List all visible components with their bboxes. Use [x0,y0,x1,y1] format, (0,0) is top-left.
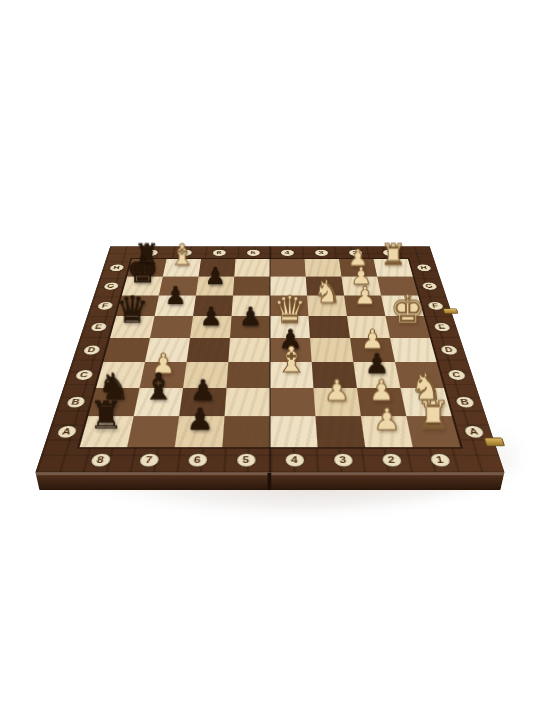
square-a1[interactable] [406,416,460,447]
wood-grain [179,388,226,416]
wood-grain [122,277,163,296]
wood-grain [344,296,385,316]
square-b4[interactable] [270,388,315,416]
wood-grain [270,316,310,338]
square-f3[interactable] [307,296,347,316]
square-g6[interactable] [196,277,234,296]
square-c5[interactable] [227,362,270,388]
wood-grain [234,259,270,277]
square-e4[interactable] [270,316,310,338]
square-b2[interactable] [357,388,406,416]
wood-grain [228,338,270,362]
wood-grain [140,362,187,388]
wood-grain [187,338,230,362]
square-c8[interactable] [96,362,145,388]
wood-grain [163,259,201,277]
square-c6[interactable] [183,362,228,388]
square-b3[interactable] [313,388,360,416]
square-a7[interactable] [127,416,179,447]
wood-grain [339,259,377,277]
wood-grain [315,416,365,447]
chess-board: 8877665544332211HHGGFFEEDDCCBBAA♜♞♛♚♜♝♟♟… [35,246,504,472]
wood-grain [159,277,199,296]
coord-rank-top-3: 3 [314,249,329,256]
square-a6[interactable] [175,416,225,447]
square-g1[interactable] [377,277,418,296]
wood-grain [145,338,190,362]
wood-grain [361,416,413,447]
wood-grain [270,259,306,277]
square-f7[interactable] [155,296,196,316]
square-e7[interactable] [150,316,193,338]
wood-grain [306,277,344,296]
wood-grain [88,388,139,416]
wood-grain [270,416,318,447]
coord-rank-top-4: 4 [280,249,295,256]
wood-grain [193,296,233,316]
wood-grain [350,338,395,362]
wood-grain [270,388,315,416]
square-g2[interactable] [341,277,381,296]
wood-grain [310,338,353,362]
wood-grain [103,338,150,362]
square-f2[interactable] [344,296,385,316]
square-h2[interactable] [339,259,377,277]
wood-grain [313,388,360,416]
wood-grain [232,296,270,316]
wood-grain [400,388,451,416]
wood-grain [270,277,307,296]
square-d2[interactable] [350,338,395,362]
wood-grain [127,416,179,447]
wood-grain [116,296,159,316]
square-a4[interactable] [270,416,318,447]
square-g4[interactable] [270,277,307,296]
coord-rank-top-7: 7 [177,249,193,256]
square-e8[interactable] [110,316,155,338]
square-h7[interactable] [163,259,201,277]
square-e6[interactable] [190,316,232,338]
square-d5[interactable] [228,338,270,362]
square-a3[interactable] [315,416,365,447]
square-a5[interactable] [222,416,270,447]
square-g3[interactable] [306,277,344,296]
square-f5[interactable] [232,296,270,316]
wood-grain [270,296,308,316]
wood-grain [304,259,341,277]
square-d1[interactable] [390,338,437,362]
square-h5[interactable] [234,259,270,277]
square-f6[interactable] [193,296,233,316]
wood-grain [110,316,155,338]
square-b7[interactable] [134,388,183,416]
square-a8[interactable] [80,416,134,447]
wood-grain [381,296,424,316]
wood-grain [341,277,381,296]
square-h1[interactable] [373,259,412,277]
square-e5[interactable] [230,316,270,338]
wood-grain [127,259,166,277]
square-b1[interactable] [400,388,451,416]
chess-set-scene: 8877665544332211HHGGFFEEDDCCBBAA♜♞♛♚♜♝♟♟… [80,148,460,528]
wood-grain [155,296,196,316]
wood-grain [225,388,270,416]
wood-grain [230,316,270,338]
square-e1[interactable] [385,316,430,338]
square-e2[interactable] [347,316,390,338]
coord-rank-top-2: 2 [347,249,363,256]
wood-grain [270,362,313,388]
square-g7[interactable] [159,277,199,296]
wood-grain [385,316,430,338]
square-c7[interactable] [140,362,187,388]
square-d8[interactable] [103,338,150,362]
wood-grain [190,316,232,338]
square-g5[interactable] [233,277,270,296]
square-c3[interactable] [312,362,357,388]
wood-grain [357,388,406,416]
square-b6[interactable] [179,388,226,416]
wood-grain [347,316,390,338]
board-side-face [35,473,504,491]
wood-grain [406,416,460,447]
wood-grain [183,362,228,388]
square-d6[interactable] [187,338,230,362]
coord-rank-top-5: 5 [246,249,261,256]
square-a2[interactable] [361,416,413,447]
square-h6[interactable] [199,259,236,277]
wood-grain [175,416,225,447]
square-e3[interactable] [308,316,350,338]
square-f1[interactable] [381,296,424,316]
wood-grain [390,338,437,362]
square-c4[interactable] [270,362,313,388]
wood-grain [227,362,270,388]
coord-rank-top-6: 6 [211,249,226,256]
square-b8[interactable] [88,388,139,416]
square-c2[interactable] [353,362,400,388]
square-h4[interactable] [270,259,306,277]
square-d3[interactable] [310,338,353,362]
wood-grain [308,316,350,338]
wood-grain [150,316,193,338]
square-b5[interactable] [225,388,270,416]
wood-grain [134,388,183,416]
fold-seam-front [268,473,272,491]
wood-grain [270,338,312,362]
wood-grain [222,416,270,447]
wood-grain [80,416,134,447]
wood-grain [312,362,357,388]
wood-grain [307,296,347,316]
wood-grain [199,259,236,277]
square-g8[interactable] [122,277,163,296]
square-h3[interactable] [304,259,341,277]
wood-grain [373,259,412,277]
square-c1[interactable] [395,362,444,388]
square-f8[interactable] [116,296,159,316]
square-h8[interactable] [127,259,166,277]
wood-grain [353,362,400,388]
square-f4[interactable] [270,296,308,316]
square-d4[interactable] [270,338,312,362]
square-d7[interactable] [145,338,190,362]
wood-grain [377,277,418,296]
wood-grain [96,362,145,388]
wood-grain [196,277,234,296]
wood-grain [395,362,444,388]
wood-grain [233,277,270,296]
